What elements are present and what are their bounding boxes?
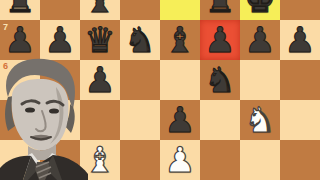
square-c7[interactable]: ♛ [80,20,120,60]
square-d6[interactable] [120,60,160,100]
white-pawn-e4[interactable]: ♟ [160,140,200,180]
black-queen-c7[interactable]: ♛ [80,20,120,60]
square-g8[interactable]: ♚ [240,0,280,20]
black-pawn-h7[interactable]: ♟ [280,20,320,60]
square-c6[interactable]: ♟ [80,60,120,100]
square-b8[interactable] [40,0,80,20]
black-pawn-e5[interactable]: ♟ [160,100,200,140]
chess-board[interactable]: ♜♝♜♚♟♟♛♞♝♟♟♟♟♞♟♞♝♟ [0,0,320,180]
square-a4[interactable] [0,140,40,180]
square-a8[interactable]: ♜ [0,0,40,20]
black-king-g8[interactable]: ♚ [240,0,280,20]
square-g7[interactable]: ♟ [240,20,280,60]
black-knight-f6[interactable]: ♞ [200,60,240,100]
black-pawn-f7[interactable]: ♟ [200,20,240,60]
square-f4[interactable] [200,140,240,180]
white-knight-g5[interactable]: ♞ [240,100,280,140]
square-g6[interactable] [240,60,280,100]
square-d8[interactable] [120,0,160,20]
square-c8[interactable]: ♝ [80,0,120,20]
square-c4[interactable]: ♝ [80,140,120,180]
black-pawn-c6[interactable]: ♟ [80,60,120,100]
square-d4[interactable] [120,140,160,180]
square-f7[interactable]: ♟ [200,20,240,60]
square-d7[interactable]: ♞ [120,20,160,60]
square-h4[interactable] [280,140,320,180]
black-bishop-c8[interactable]: ♝ [80,0,120,20]
square-a6[interactable] [0,60,40,100]
square-h5[interactable] [280,100,320,140]
square-a7[interactable]: ♟ [0,20,40,60]
black-rook-f8[interactable]: ♜ [200,0,240,20]
white-bishop-c4[interactable]: ♝ [80,140,120,180]
black-pawn-a7[interactable]: ♟ [0,20,40,60]
square-g4[interactable] [240,140,280,180]
square-b6[interactable] [40,60,80,100]
square-c5[interactable] [80,100,120,140]
square-f6[interactable]: ♞ [200,60,240,100]
screenshot-stage: ♜♝♜♚♟♟♛♞♝♟♟♟♟♞♟♞♝♟ 7 6 [0,0,320,180]
square-e5[interactable]: ♟ [160,100,200,140]
square-d5[interactable] [120,100,160,140]
black-rook-a8[interactable]: ♜ [0,0,40,20]
square-f8[interactable]: ♜ [200,0,240,20]
black-bishop-e7[interactable]: ♝ [160,20,200,60]
black-pawn-b7[interactable]: ♟ [40,20,80,60]
square-f5[interactable] [200,100,240,140]
square-b4[interactable] [40,140,80,180]
square-h8[interactable] [280,0,320,20]
square-g5[interactable]: ♞ [240,100,280,140]
square-h6[interactable] [280,60,320,100]
black-pawn-g7[interactable]: ♟ [240,20,280,60]
black-knight-d7[interactable]: ♞ [120,20,160,60]
square-e7[interactable]: ♝ [160,20,200,60]
square-h7[interactable]: ♟ [280,20,320,60]
square-a5[interactable] [0,100,40,140]
square-b5[interactable] [40,100,80,140]
square-e6[interactable] [160,60,200,100]
square-e8[interactable] [160,0,200,20]
square-b7[interactable]: ♟ [40,20,80,60]
square-e4[interactable]: ♟ [160,140,200,180]
